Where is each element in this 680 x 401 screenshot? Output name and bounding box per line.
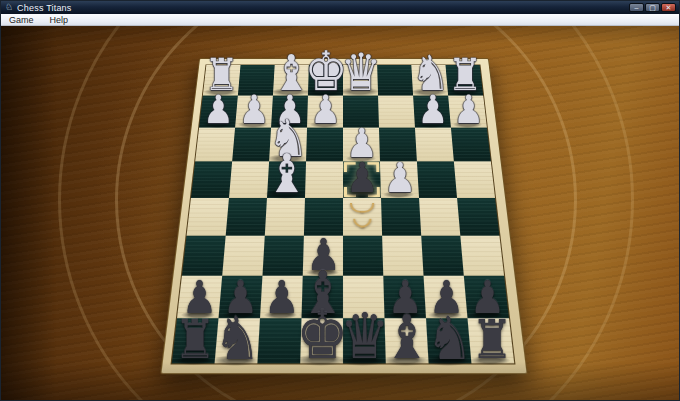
piece-black-pawn-d4[interactable]: ♟ xyxy=(346,158,379,199)
piece-white-pawn-e2[interactable]: ♟ xyxy=(310,90,341,129)
piece-black-knight-b8[interactable]: ♞ xyxy=(426,308,473,367)
window: ♘ Chess Titans – ▢ ✕ Game Help ♜♞♝♛♚♞♜♟♟… xyxy=(0,0,680,401)
square-g5[interactable] xyxy=(226,198,267,236)
piece-white-pawn-g2[interactable]: ♟ xyxy=(239,90,270,129)
close-button[interactable]: ✕ xyxy=(661,3,676,12)
square-h4[interactable] xyxy=(191,162,232,198)
square-b6[interactable] xyxy=(421,235,464,275)
square-h5[interactable] xyxy=(187,198,229,236)
piece-white-pawn-c4[interactable]: ♟ xyxy=(384,158,417,199)
piece-white-pawn-h2[interactable]: ♟ xyxy=(203,90,234,129)
square-a4[interactable] xyxy=(454,162,495,198)
square-h6[interactable] xyxy=(182,235,226,275)
square-d6[interactable] xyxy=(343,235,383,275)
square-b4[interactable] xyxy=(417,162,457,198)
piece-white-pawn-b2[interactable]: ♟ xyxy=(417,90,448,129)
square-h3[interactable] xyxy=(195,128,235,162)
square-a5[interactable] xyxy=(457,198,499,236)
game-area: ♜♞♝♛♚♞♜♟♟♟♝♟♟♟♟♟♟♝♟♞♟♟♟♟♟♟♜♞♛♚♝♜ xyxy=(1,26,680,401)
title-bar: ♘ Chess Titans – ▢ ✕ xyxy=(1,1,679,15)
piece-black-knight-g8[interactable]: ♞ xyxy=(214,308,261,367)
square-a6[interactable] xyxy=(460,235,504,275)
square-f8[interactable] xyxy=(257,318,301,363)
menu-game[interactable]: Game xyxy=(1,15,42,25)
window-title: Chess Titans xyxy=(17,3,629,13)
menu-bar: Game Help xyxy=(1,14,679,26)
square-b3[interactable] xyxy=(415,128,454,162)
move-trail-arrows xyxy=(343,198,382,236)
piece-black-rook-a8[interactable]: ♜ xyxy=(471,314,513,368)
window-controls: – ▢ ✕ xyxy=(629,3,676,12)
square-c1[interactable] xyxy=(377,65,413,96)
maximize-button[interactable]: ▢ xyxy=(645,3,660,12)
square-c2[interactable] xyxy=(378,96,415,128)
square-g6[interactable] xyxy=(222,235,265,275)
square-e3[interactable] xyxy=(306,128,343,162)
piece-black-king-e8[interactable]: ♚ xyxy=(296,302,348,368)
square-a3[interactable] xyxy=(451,128,491,162)
square-c6[interactable] xyxy=(382,235,423,275)
piece-black-bishop-c8[interactable]: ♝ xyxy=(383,307,431,368)
square-f6[interactable] xyxy=(262,235,303,275)
app-icon: ♘ xyxy=(5,3,13,12)
piece-black-rook-h8[interactable]: ♜ xyxy=(174,314,216,368)
square-g4[interactable] xyxy=(229,162,269,198)
menu-help[interactable]: Help xyxy=(42,15,77,25)
square-e4[interactable] xyxy=(305,162,343,198)
square-c5[interactable] xyxy=(381,198,421,236)
piece-black-pawn-f7[interactable]: ♟ xyxy=(264,276,299,321)
square-d5[interactable] xyxy=(343,198,382,236)
piece-white-pawn-a2[interactable]: ♟ xyxy=(453,90,484,129)
minimize-button[interactable]: – xyxy=(629,3,644,12)
square-b5[interactable] xyxy=(419,198,460,236)
piece-white-bishop-f4[interactable]: ♝ xyxy=(266,147,308,201)
